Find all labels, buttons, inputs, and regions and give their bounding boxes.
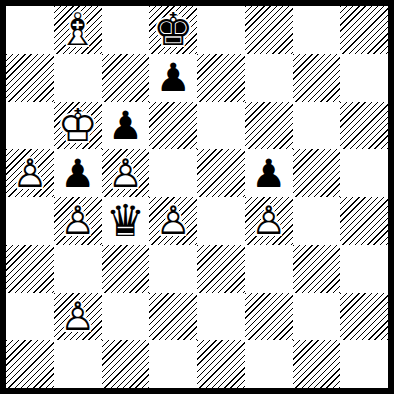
square-e2[interactable] — [197, 293, 245, 341]
white-pawn-piece[interactable]: ♙ — [54, 197, 102, 245]
square-h5[interactable] — [340, 149, 388, 197]
square-g3[interactable] — [293, 245, 341, 293]
square-c7[interactable] — [102, 54, 150, 102]
white-pawn-piece[interactable]: ♙ — [102, 149, 150, 197]
square-b4[interactable]: ♟♙ — [54, 197, 102, 245]
square-f4[interactable]: ♟♙ — [245, 197, 293, 245]
black-queen-piece[interactable]: ♛ — [102, 197, 150, 245]
square-g1[interactable] — [293, 340, 341, 388]
square-b2[interactable]: ♟♙ — [54, 293, 102, 341]
square-b3[interactable] — [54, 245, 102, 293]
square-a1[interactable] — [6, 340, 54, 388]
square-d1[interactable] — [149, 340, 197, 388]
black-king-piece[interactable]: ♚ — [149, 6, 197, 54]
square-a3[interactable] — [6, 245, 54, 293]
square-c8[interactable] — [102, 6, 150, 54]
square-h2[interactable] — [340, 293, 388, 341]
square-c2[interactable] — [102, 293, 150, 341]
square-a7[interactable] — [6, 54, 54, 102]
square-h8[interactable] — [340, 6, 388, 54]
square-d2[interactable] — [149, 293, 197, 341]
square-c5[interactable]: ♟♙ — [102, 149, 150, 197]
square-b8[interactable]: ♝♗ — [54, 6, 102, 54]
square-d3[interactable] — [149, 245, 197, 293]
square-g5[interactable] — [293, 149, 341, 197]
square-f3[interactable] — [245, 245, 293, 293]
black-pawn-piece[interactable]: ♟ — [149, 54, 197, 102]
square-b1[interactable] — [54, 340, 102, 388]
square-b6[interactable]: ♚♔ — [54, 102, 102, 150]
black-pawn-piece[interactable]: ♟ — [245, 149, 293, 197]
white-pawn-piece[interactable]: ♙ — [149, 197, 197, 245]
square-e5[interactable] — [197, 149, 245, 197]
square-f7[interactable] — [245, 54, 293, 102]
square-d4[interactable]: ♟♙ — [149, 197, 197, 245]
square-h3[interactable] — [340, 245, 388, 293]
square-h4[interactable] — [340, 197, 388, 245]
square-b5[interactable]: ♟♟ — [54, 149, 102, 197]
square-h7[interactable] — [340, 54, 388, 102]
square-h6[interactable] — [340, 102, 388, 150]
square-d6[interactable] — [149, 102, 197, 150]
square-b7[interactable] — [54, 54, 102, 102]
square-c1[interactable] — [102, 340, 150, 388]
white-king-piece[interactable]: ♔ — [54, 102, 102, 150]
square-h1[interactable] — [340, 340, 388, 388]
square-c4[interactable]: ♛♛ — [102, 197, 150, 245]
square-e8[interactable] — [197, 6, 245, 54]
white-bishop-piece[interactable]: ♗ — [54, 6, 102, 54]
square-g2[interactable] — [293, 293, 341, 341]
square-f5[interactable]: ♟♟ — [245, 149, 293, 197]
black-pawn-piece[interactable]: ♟ — [102, 102, 150, 150]
square-g6[interactable] — [293, 102, 341, 150]
square-e6[interactable] — [197, 102, 245, 150]
black-pawn-piece[interactable]: ♟ — [54, 149, 102, 197]
square-c6[interactable]: ♟♟ — [102, 102, 150, 150]
white-pawn-piece[interactable]: ♙ — [54, 293, 102, 341]
square-e4[interactable] — [197, 197, 245, 245]
square-a4[interactable] — [6, 197, 54, 245]
square-a2[interactable] — [6, 293, 54, 341]
square-c3[interactable] — [102, 245, 150, 293]
square-e1[interactable] — [197, 340, 245, 388]
chess-board: ♝♗♚♚♟♟♚♔♟♟♟♙♟♟♟♙♟♟♟♙♛♛♟♙♟♙♟♙ — [6, 6, 388, 388]
square-d5[interactable] — [149, 149, 197, 197]
square-e3[interactable] — [197, 245, 245, 293]
square-g7[interactable] — [293, 54, 341, 102]
square-a8[interactable] — [6, 6, 54, 54]
square-f2[interactable] — [245, 293, 293, 341]
white-pawn-piece[interactable]: ♙ — [245, 197, 293, 245]
square-a5[interactable]: ♟♙ — [6, 149, 54, 197]
white-pawn-piece[interactable]: ♙ — [6, 149, 54, 197]
square-f8[interactable] — [245, 6, 293, 54]
square-g4[interactable] — [293, 197, 341, 245]
square-f1[interactable] — [245, 340, 293, 388]
square-g8[interactable] — [293, 6, 341, 54]
square-d7[interactable]: ♟♟ — [149, 54, 197, 102]
square-e7[interactable] — [197, 54, 245, 102]
chess-board-frame: ♝♗♚♚♟♟♚♔♟♟♟♙♟♟♟♙♟♟♟♙♛♛♟♙♟♙♟♙ — [0, 0, 394, 394]
square-a6[interactable] — [6, 102, 54, 150]
square-d8[interactable]: ♚♚ — [149, 6, 197, 54]
square-f6[interactable] — [245, 102, 293, 150]
